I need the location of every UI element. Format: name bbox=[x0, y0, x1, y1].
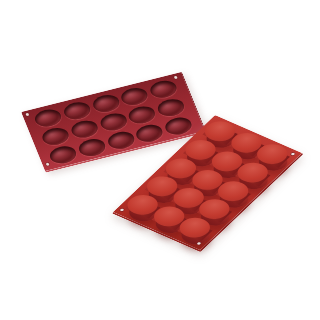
cavity bbox=[148, 78, 180, 100]
cavity bbox=[105, 129, 137, 151]
corner-hole bbox=[25, 112, 30, 117]
cavity bbox=[155, 96, 187, 118]
cavity bbox=[47, 143, 79, 165]
cylinder-grid bbox=[215, 115, 302, 153]
cavity bbox=[134, 122, 166, 144]
cavity bbox=[126, 103, 158, 125]
cavity bbox=[32, 107, 64, 129]
cavity bbox=[90, 92, 122, 114]
cavity bbox=[76, 136, 108, 158]
cavity bbox=[119, 85, 151, 107]
cavity bbox=[163, 115, 195, 137]
product-photo bbox=[0, 0, 320, 320]
cavity bbox=[97, 111, 129, 133]
cavity bbox=[39, 125, 71, 147]
cavity-grid bbox=[21, 72, 181, 112]
cavity bbox=[68, 118, 100, 140]
corner-hole bbox=[45, 162, 50, 167]
cavity bbox=[61, 99, 93, 121]
corner-hole bbox=[173, 75, 178, 80]
